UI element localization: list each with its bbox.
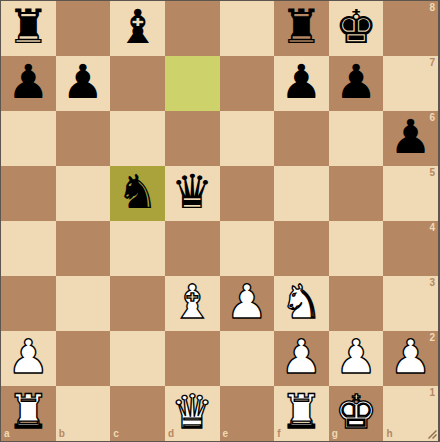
square-h7[interactable]: 7	[383, 56, 438, 111]
black-rook-piece[interactable]: ♜	[7, 3, 49, 50]
black-pawn-piece[interactable]: ♟	[62, 58, 104, 105]
white-bishop-piece[interactable]: ♝	[171, 278, 213, 325]
square-d7[interactable]	[165, 56, 220, 111]
rank-label-4: 4	[429, 223, 435, 233]
white-rook-piece[interactable]: ♜	[280, 388, 322, 435]
rank-label-7: 7	[429, 58, 435, 68]
rank-label-5: 5	[429, 168, 435, 178]
white-pawn-piece[interactable]: ♟	[390, 333, 432, 380]
square-b2[interactable]	[56, 331, 111, 386]
square-c8[interactable]: ♝	[110, 1, 165, 56]
file-label-e: e	[223, 429, 229, 439]
square-b6[interactable]	[56, 111, 111, 166]
white-pawn-piece[interactable]: ♟	[7, 333, 49, 380]
square-g3[interactable]	[329, 276, 384, 331]
black-knight-piece[interactable]: ♞	[116, 168, 158, 215]
white-knight-piece[interactable]: ♞	[280, 278, 322, 325]
square-f4[interactable]	[274, 221, 329, 276]
white-pawn-piece[interactable]: ♟	[280, 333, 322, 380]
square-f3[interactable]: ♞	[274, 276, 329, 331]
rank-label-3: 3	[429, 278, 435, 288]
square-f6[interactable]	[274, 111, 329, 166]
white-king-piece[interactable]: ♚	[335, 388, 377, 435]
square-f1[interactable]: ♜f	[274, 386, 329, 441]
square-a2[interactable]: ♟	[1, 331, 56, 386]
square-a7[interactable]: ♟	[1, 56, 56, 111]
black-pawn-piece[interactable]: ♟	[280, 58, 322, 105]
white-pawn-piece[interactable]: ♟	[226, 278, 268, 325]
black-bishop-piece[interactable]: ♝	[116, 3, 158, 50]
square-b3[interactable]	[56, 276, 111, 331]
square-h6[interactable]: ♟6	[383, 111, 438, 166]
square-g6[interactable]	[329, 111, 384, 166]
square-b5[interactable]	[56, 166, 111, 221]
square-e5[interactable]	[220, 166, 275, 221]
black-pawn-piece[interactable]: ♟	[7, 58, 49, 105]
square-h8[interactable]: 8	[383, 1, 438, 56]
square-c7[interactable]	[110, 56, 165, 111]
square-c5[interactable]: ♞	[110, 166, 165, 221]
square-d2[interactable]	[165, 331, 220, 386]
square-d8[interactable]	[165, 1, 220, 56]
square-e8[interactable]	[220, 1, 275, 56]
rank-label-1: 1	[429, 388, 435, 398]
square-d3[interactable]: ♝	[165, 276, 220, 331]
square-a3[interactable]	[1, 276, 56, 331]
square-e4[interactable]	[220, 221, 275, 276]
black-queen-piece[interactable]: ♛	[171, 168, 213, 215]
square-d5[interactable]: ♛	[165, 166, 220, 221]
square-c6[interactable]	[110, 111, 165, 166]
black-rook-piece[interactable]: ♜	[280, 3, 322, 50]
square-g4[interactable]	[329, 221, 384, 276]
board-resize-handle-icon[interactable]	[426, 428, 437, 439]
square-a1[interactable]: ♜a	[1, 386, 56, 441]
square-c1[interactable]: c	[110, 386, 165, 441]
square-g2[interactable]: ♟	[329, 331, 384, 386]
white-pawn-piece[interactable]: ♟	[335, 333, 377, 380]
square-d1[interactable]: ♛d	[165, 386, 220, 441]
square-d4[interactable]	[165, 221, 220, 276]
white-rook-piece[interactable]: ♜	[7, 388, 49, 435]
square-a4[interactable]	[1, 221, 56, 276]
square-e6[interactable]	[220, 111, 275, 166]
black-pawn-piece[interactable]: ♟	[390, 113, 432, 160]
square-e1[interactable]: e	[220, 386, 275, 441]
square-b4[interactable]	[56, 221, 111, 276]
square-d6[interactable]	[165, 111, 220, 166]
square-g7[interactable]: ♟	[329, 56, 384, 111]
square-c3[interactable]	[110, 276, 165, 331]
square-c4[interactable]	[110, 221, 165, 276]
square-b1[interactable]: b	[56, 386, 111, 441]
square-c2[interactable]	[110, 331, 165, 386]
square-g8[interactable]: ♚	[329, 1, 384, 56]
square-a6[interactable]	[1, 111, 56, 166]
black-pawn-piece[interactable]: ♟	[335, 58, 377, 105]
square-f8[interactable]: ♜	[274, 1, 329, 56]
square-a5[interactable]	[1, 166, 56, 221]
square-b7[interactable]: ♟	[56, 56, 111, 111]
square-g1[interactable]: ♚g	[329, 386, 384, 441]
square-h3[interactable]: 3	[383, 276, 438, 331]
square-f7[interactable]: ♟	[274, 56, 329, 111]
square-e3[interactable]: ♟	[220, 276, 275, 331]
file-label-h: h	[386, 429, 392, 439]
black-king-piece[interactable]: ♚	[335, 3, 377, 50]
square-h5[interactable]: 5	[383, 166, 438, 221]
square-e7[interactable]	[220, 56, 275, 111]
square-b8[interactable]	[56, 1, 111, 56]
square-f2[interactable]: ♟	[274, 331, 329, 386]
white-queen-piece[interactable]: ♛	[171, 388, 213, 435]
chess-board: ♜♝♜♚8♟♟♟♟7♟6♞♛54♝♟♞3♟♟♟♟2♜abc♛de♜f♚g1h	[1, 1, 438, 441]
square-h2[interactable]: ♟2	[383, 331, 438, 386]
square-a8[interactable]: ♜	[1, 1, 56, 56]
square-e2[interactable]	[220, 331, 275, 386]
chess-board-frame: ♜♝♜♚8♟♟♟♟7♟6♞♛54♝♟♞3♟♟♟♟2♜abc♛de♜f♚g1h	[0, 0, 440, 442]
file-label-c: c	[113, 429, 119, 439]
square-h4[interactable]: 4	[383, 221, 438, 276]
square-f5[interactable]	[274, 166, 329, 221]
square-g5[interactable]	[329, 166, 384, 221]
file-label-b: b	[59, 429, 65, 439]
rank-label-8: 8	[429, 3, 435, 13]
